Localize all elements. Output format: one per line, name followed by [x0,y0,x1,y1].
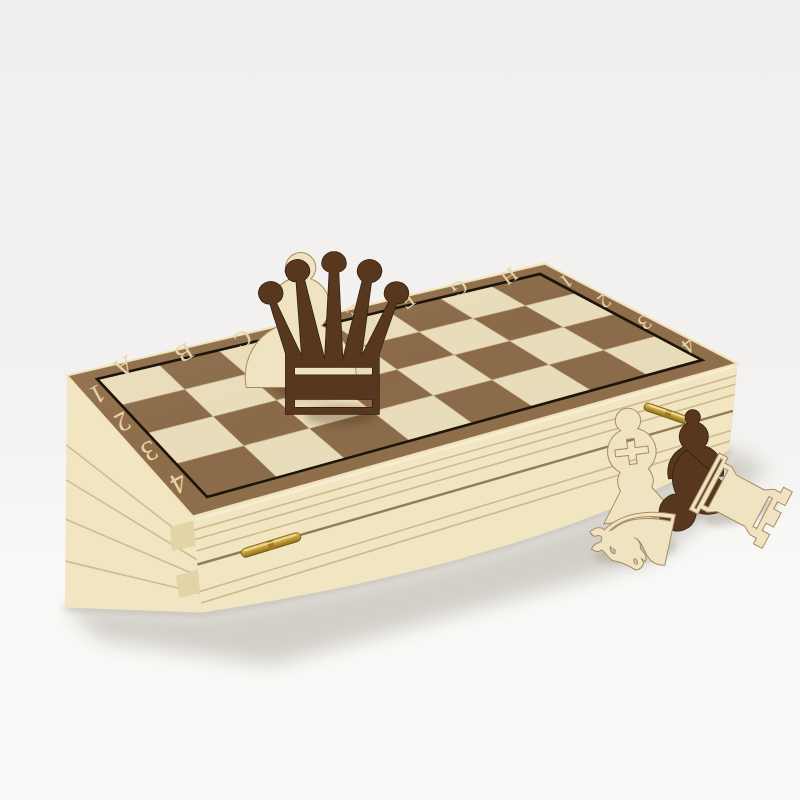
board-piece-dark-queen: ♛ [234,208,433,466]
scene-svg: A B C D E F G H 1 2 3 4 1 2 3 4 ♟ ♛ ♝ ♟ … [0,0,800,800]
chess-box-product-photo: A B C D E F G H 1 2 3 4 1 2 3 4 ♟ ♛ ♝ ♟ … [0,0,800,800]
